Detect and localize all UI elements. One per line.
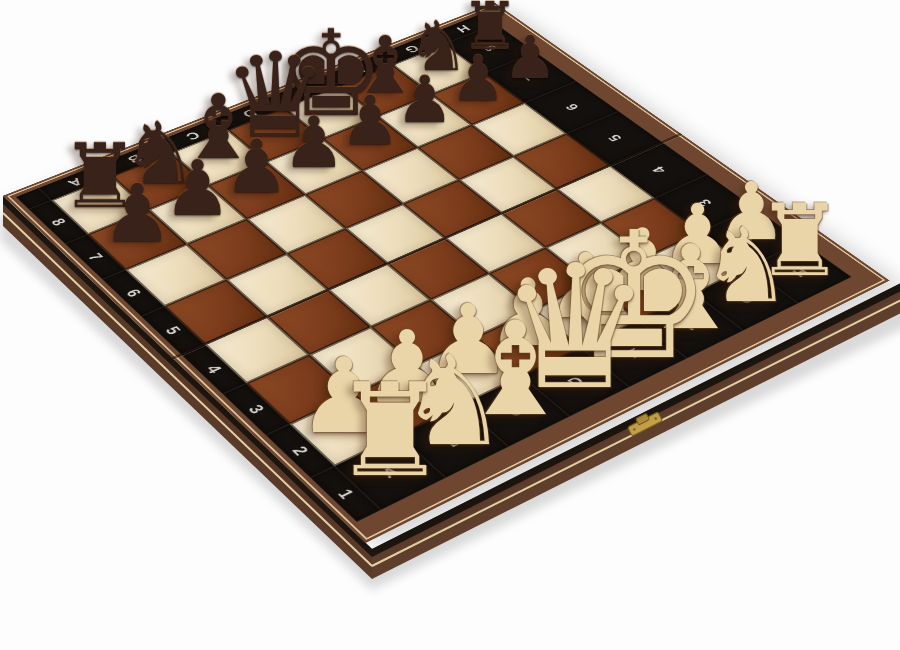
black-pawn-a7[interactable]: ♟: [101, 174, 173, 254]
black-pawn-f7[interactable]: ♟: [396, 67, 454, 132]
black-pawn-h7[interactable]: ♟: [504, 28, 557, 87]
black-pawn-d7[interactable]: ♟: [282, 108, 345, 179]
product-photo-scene: ABCDEFGH887766554433221ABCDEFGH ♜♞♟♝♟♚♟♛…: [0, 0, 900, 650]
black-pawn-g7[interactable]: ♟: [450, 48, 506, 110]
black-pawn-c7[interactable]: ♟: [224, 130, 290, 204]
rank-label-left-4-text: 4: [203, 363, 225, 376]
rank-label-right-5-text: 5: [605, 133, 624, 143]
rank-label-left-3-text: 3: [245, 402, 267, 415]
rank-label-right-6-text: 6: [562, 102, 581, 112]
black-pawn-e7[interactable]: ♟: [340, 88, 401, 156]
rank-label-left-5-text: 5: [162, 324, 183, 336]
black-pawn-b7[interactable]: ♟: [163, 151, 232, 228]
rank-label-left-6-text: 6: [123, 287, 144, 299]
rank-label-right-4-text: 4: [649, 165, 668, 175]
white-rook-a1[interactable]: ♜: [332, 366, 448, 495]
